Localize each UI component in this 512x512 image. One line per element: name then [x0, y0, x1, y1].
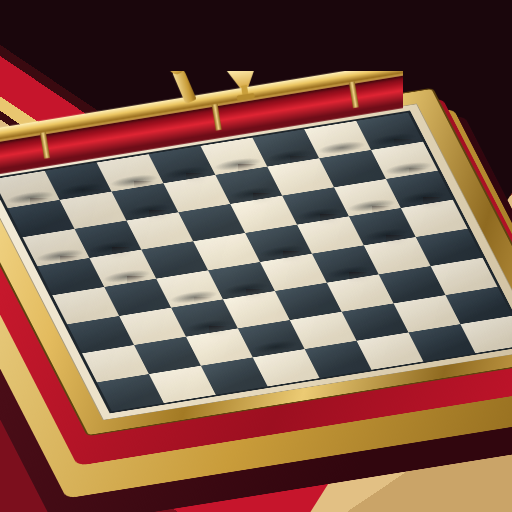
pawn-glyph: ♟ — [164, 127, 209, 177]
rail-post — [349, 81, 359, 108]
square-c7[interactable] — [112, 183, 179, 220]
pawn-glyph: ♟ — [127, 164, 172, 214]
stage: ♟♜♟♟♟♞♚♞♟♟♝♟♟♟♟♟♟♟♟♝♟♟♟♛ — [0, 0, 512, 512]
piece-shadow-f8 — [264, 148, 315, 165]
rook-glyph: ♜ — [48, 117, 116, 193]
square-e8[interactable] — [200, 138, 267, 175]
goblet-ornament-stem — [241, 85, 249, 96]
pawn-glyph: ♟ — [327, 226, 372, 276]
pawn-glyph: ♟ — [297, 168, 342, 218]
square-f8[interactable] — [252, 129, 319, 166]
square-d7[interactable] — [163, 175, 230, 212]
piece-shadow-g6 — [346, 197, 397, 214]
back-rail-assembly — [0, 24, 492, 191]
piece-shadow-h6 — [398, 189, 449, 206]
piece-shadow-a6 — [35, 247, 86, 264]
piece-shadow-h8 — [368, 131, 419, 148]
chessboard: ♟♜♟♟♟♞♚♞♟♟♝♟♟♟♟♟♟♟♟♝♟♟♟♛ — [0, 88, 512, 437]
curved-finial-ornament — [171, 66, 196, 104]
square-h4[interactable] — [416, 229, 483, 266]
piece-shadow-e7 — [227, 185, 278, 202]
piece-shadow-b8 — [57, 181, 108, 198]
square-g7[interactable] — [319, 150, 386, 187]
pawn-glyph: ♟ — [230, 147, 275, 197]
pawn-glyph: ♟ — [8, 152, 53, 202]
piece-shadow-c8 — [109, 172, 160, 189]
square-e6[interactable] — [230, 196, 297, 233]
bishop-glyph: ♝ — [379, 106, 438, 172]
rail-right-post — [469, 37, 486, 90]
king-glyph: ♚ — [295, 48, 388, 152]
goblet-ornament — [226, 65, 259, 90]
goblet-ornament-foot — [236, 93, 255, 101]
rail-post — [211, 104, 221, 131]
pawn-glyph: ♟ — [216, 118, 261, 168]
rail-backdrop-red-band — [0, 60, 482, 187]
pawn-glyph: ♟ — [401, 151, 446, 201]
square-d8[interactable] — [149, 146, 216, 183]
square-e7[interactable] — [215, 167, 282, 204]
piece-shadow-c7 — [124, 202, 175, 219]
square-h7[interactable] — [371, 142, 438, 179]
piece-shadow-d8 — [161, 164, 212, 181]
piece-shadow-f6 — [294, 206, 345, 223]
square-g8[interactable] — [304, 121, 371, 158]
piece-shadow-e8 — [212, 156, 263, 173]
pawn-glyph: ♟ — [38, 210, 83, 260]
knight-glyph: ♞ — [366, 81, 422, 143]
square-a7[interactable] — [8, 200, 75, 237]
square-a8[interactable] — [0, 171, 60, 208]
queen-glyph: ♛ — [234, 259, 316, 351]
square-h8[interactable] — [356, 113, 423, 150]
square-b8[interactable] — [45, 163, 112, 200]
pawn-glyph: ♟ — [349, 160, 394, 210]
rail-right-knob — [464, 24, 482, 42]
rail-gold-bar — [0, 50, 472, 155]
scene: ♟♜♟♟♟♞♚♞♟♟♝♟♟♟♟♟♟♟♟♝♟♟♟♛ — [0, 0, 512, 512]
piece-shadow-g8 — [316, 139, 367, 156]
square-h5[interactable] — [401, 200, 468, 237]
pawn-glyph: ♟ — [112, 135, 157, 185]
knight-glyph: ♞ — [262, 98, 318, 160]
square-f7[interactable] — [267, 158, 334, 195]
pawn-glyph: ♟ — [105, 230, 150, 280]
square-a6[interactable] — [23, 229, 90, 266]
piece-shadow-h7 — [383, 160, 434, 177]
square-c8[interactable] — [97, 154, 164, 191]
back-rail — [0, 71, 490, 145]
square-f6[interactable] — [282, 187, 349, 224]
square-h6[interactable] — [386, 171, 453, 208]
curved-finial-head — [168, 58, 185, 75]
pawn-glyph: ♟ — [186, 280, 231, 330]
square-g6[interactable] — [334, 179, 401, 216]
square-b7[interactable] — [60, 192, 127, 229]
piece-shadow-a8 — [5, 189, 56, 206]
rail-post — [39, 132, 49, 159]
